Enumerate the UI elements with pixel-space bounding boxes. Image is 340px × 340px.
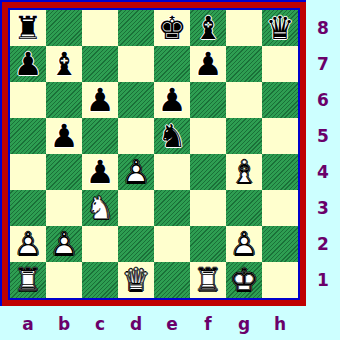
square-c5[interactable] (82, 118, 118, 154)
board-frame: ♜♚♝♛♟♝♟♟♟♟♞♟♟♙♝♗♞♘♟♙♟♙♟♙♜♖♛♕♜♖♚♔ (0, 0, 306, 306)
square-g5[interactable] (226, 118, 262, 154)
square-a3[interactable] (10, 190, 46, 226)
square-d2[interactable] (118, 226, 154, 262)
black-bishop-icon: ♝ (190, 10, 226, 46)
square-h6[interactable] (262, 82, 298, 118)
square-a5[interactable] (10, 118, 46, 154)
rank-label-6: 6 (308, 82, 338, 118)
white-pawn-icon: ♟♙ (10, 226, 46, 262)
square-c2[interactable] (82, 226, 118, 262)
square-f1[interactable]: ♜♖ (190, 262, 226, 298)
square-e2[interactable] (154, 226, 190, 262)
rank-label-1: 1 (308, 262, 338, 298)
square-b2[interactable]: ♟♙ (46, 226, 82, 262)
white-pawn-icon: ♟♙ (46, 226, 82, 262)
square-c6[interactable]: ♟ (82, 82, 118, 118)
square-f7[interactable]: ♟ (190, 46, 226, 82)
square-g2[interactable]: ♟♙ (226, 226, 262, 262)
black-pawn-icon: ♟ (10, 46, 46, 82)
rank-label-4: 4 (308, 154, 338, 190)
rank-label-3: 3 (308, 190, 338, 226)
square-d3[interactable] (118, 190, 154, 226)
white-rook-icon: ♜♖ (190, 262, 226, 298)
white-king-icon: ♚♔ (226, 262, 262, 298)
square-f5[interactable] (190, 118, 226, 154)
square-c7[interactable] (82, 46, 118, 82)
square-g6[interactable] (226, 82, 262, 118)
rank-label-5: 5 (308, 118, 338, 154)
black-pawn-icon: ♟ (82, 82, 118, 118)
square-a1[interactable]: ♜♖ (10, 262, 46, 298)
square-b4[interactable] (46, 154, 82, 190)
black-pawn-icon: ♟ (154, 82, 190, 118)
white-bishop-icon: ♝♗ (226, 154, 262, 190)
square-h4[interactable] (262, 154, 298, 190)
square-c4[interactable]: ♟ (82, 154, 118, 190)
square-b7[interactable]: ♝ (46, 46, 82, 82)
file-label-a: a (10, 309, 46, 339)
square-h3[interactable] (262, 190, 298, 226)
square-b3[interactable] (46, 190, 82, 226)
square-e7[interactable] (154, 46, 190, 82)
file-label-e: e (154, 309, 190, 339)
black-pawn-icon: ♟ (82, 154, 118, 190)
square-d1[interactable]: ♛♕ (118, 262, 154, 298)
white-pawn-icon: ♟♙ (226, 226, 262, 262)
rank-labels: 87654321 (308, 10, 338, 298)
square-d5[interactable] (118, 118, 154, 154)
black-rook-icon: ♜ (10, 10, 46, 46)
black-queen-icon: ♛ (262, 10, 298, 46)
black-pawn-icon: ♟ (190, 46, 226, 82)
square-d7[interactable] (118, 46, 154, 82)
chessboard: ♜♚♝♛♟♝♟♟♟♟♞♟♟♙♝♗♞♘♟♙♟♙♟♙♜♖♛♕♜♖♚♔ (10, 10, 298, 298)
square-e6[interactable]: ♟ (154, 82, 190, 118)
white-queen-icon: ♛♕ (118, 262, 154, 298)
rank-label-7: 7 (308, 46, 338, 82)
square-g7[interactable] (226, 46, 262, 82)
square-e8[interactable]: ♚ (154, 10, 190, 46)
square-e4[interactable] (154, 154, 190, 190)
square-d8[interactable] (118, 10, 154, 46)
square-a7[interactable]: ♟ (10, 46, 46, 82)
square-d6[interactable] (118, 82, 154, 118)
black-pawn-icon: ♟ (46, 118, 82, 154)
rank-label-8: 8 (308, 10, 338, 46)
square-g8[interactable] (226, 10, 262, 46)
square-a2[interactable]: ♟♙ (10, 226, 46, 262)
square-e3[interactable] (154, 190, 190, 226)
board-frame-inner-line: ♜♚♝♛♟♝♟♟♟♟♞♟♟♙♝♗♞♘♟♙♟♙♟♙♜♖♛♕♜♖♚♔ (8, 8, 300, 300)
file-label-h: h (262, 309, 298, 339)
square-c1[interactable] (82, 262, 118, 298)
black-knight-icon: ♞ (154, 118, 190, 154)
board-frame-red-band: ♜♚♝♛♟♝♟♟♟♟♞♟♟♙♝♗♞♘♟♙♟♙♟♙♜♖♛♕♜♖♚♔ (2, 2, 306, 306)
square-b1[interactable] (46, 262, 82, 298)
square-c8[interactable] (82, 10, 118, 46)
file-label-d: d (118, 309, 154, 339)
square-c3[interactable]: ♞♘ (82, 190, 118, 226)
square-a4[interactable] (10, 154, 46, 190)
square-f6[interactable] (190, 82, 226, 118)
square-f3[interactable] (190, 190, 226, 226)
rank-label-2: 2 (308, 226, 338, 262)
file-label-b: b (46, 309, 82, 339)
black-king-icon: ♚ (154, 10, 190, 46)
square-h2[interactable] (262, 226, 298, 262)
square-e5[interactable]: ♞ (154, 118, 190, 154)
square-b5[interactable]: ♟ (46, 118, 82, 154)
white-pawn-icon: ♟♙ (118, 154, 154, 190)
file-label-g: g (226, 309, 262, 339)
square-b6[interactable] (46, 82, 82, 118)
square-f2[interactable] (190, 226, 226, 262)
square-e1[interactable] (154, 262, 190, 298)
square-b8[interactable] (46, 10, 82, 46)
square-f4[interactable] (190, 154, 226, 190)
square-d4[interactable]: ♟♙ (118, 154, 154, 190)
square-g1[interactable]: ♚♔ (226, 262, 262, 298)
file-labels: abcdefgh (10, 309, 298, 339)
square-h7[interactable] (262, 46, 298, 82)
square-h1[interactable] (262, 262, 298, 298)
square-a6[interactable] (10, 82, 46, 118)
square-f8[interactable]: ♝ (190, 10, 226, 46)
black-bishop-icon: ♝ (46, 46, 82, 82)
white-knight-icon: ♞♘ (82, 190, 118, 226)
square-h8[interactable]: ♛ (262, 10, 298, 46)
white-rook-icon: ♜♖ (10, 262, 46, 298)
square-g3[interactable] (226, 190, 262, 226)
square-a8[interactable]: ♜ (10, 10, 46, 46)
file-label-c: c (82, 309, 118, 339)
square-h5[interactable] (262, 118, 298, 154)
file-label-f: f (190, 309, 226, 339)
square-g4[interactable]: ♝♗ (226, 154, 262, 190)
